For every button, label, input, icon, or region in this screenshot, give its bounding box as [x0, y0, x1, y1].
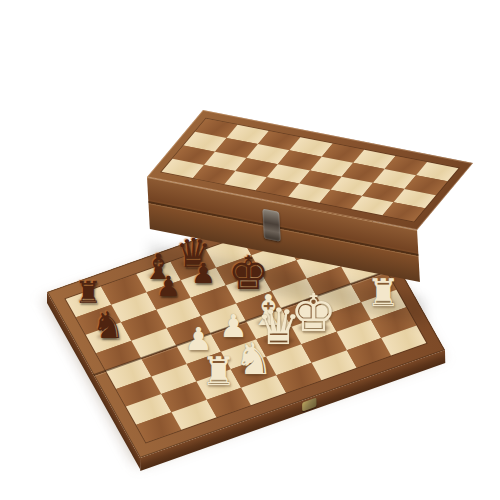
box-metal-clasp	[262, 209, 280, 242]
product-photo: ♛♝♟♚♟♜♜♝♚♟♞♛♟♞♜	[0, 0, 500, 500]
